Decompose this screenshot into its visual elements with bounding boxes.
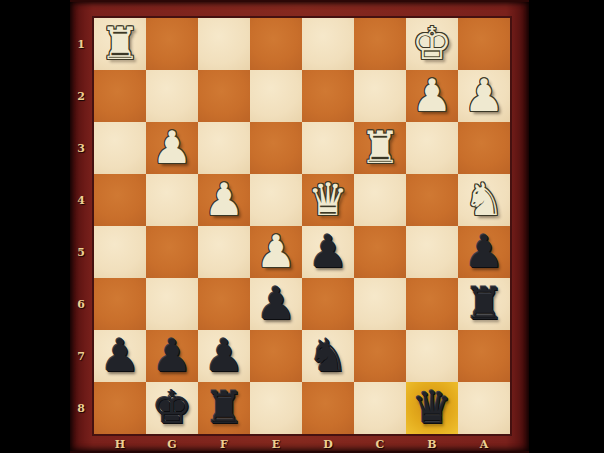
square-h6[interactable] [94, 278, 146, 330]
square-e6[interactable]: ♟ [250, 278, 302, 330]
piece-black-pawn[interactable]: ♟ [256, 278, 296, 330]
piece-white-king[interactable]: ♚ [412, 18, 452, 70]
square-a4[interactable]: ♞ [458, 174, 510, 226]
piece-white-rook[interactable]: ♜ [360, 122, 400, 174]
rank-label-4: 4 [70, 174, 92, 226]
square-h2[interactable] [94, 70, 146, 122]
piece-black-rook[interactable]: ♜ [204, 382, 244, 434]
piece-black-pawn[interactable]: ♟ [204, 330, 244, 382]
piece-white-knight[interactable]: ♞ [464, 174, 504, 226]
square-c4[interactable] [354, 174, 406, 226]
square-e8[interactable] [250, 382, 302, 434]
square-a1[interactable] [458, 18, 510, 70]
square-d3[interactable] [302, 122, 354, 174]
piece-white-rook[interactable]: ♜ [100, 18, 140, 70]
square-c5[interactable] [354, 226, 406, 278]
square-g4[interactable] [146, 174, 198, 226]
square-b5[interactable] [406, 226, 458, 278]
square-c2[interactable] [354, 70, 406, 122]
square-e2[interactable] [250, 70, 302, 122]
square-f3[interactable] [198, 122, 250, 174]
square-c8[interactable] [354, 382, 406, 434]
piece-black-knight[interactable]: ♞ [308, 330, 348, 382]
square-h3[interactable] [94, 122, 146, 174]
square-e5[interactable]: ♟ [250, 226, 302, 278]
square-f4[interactable]: ♟ [198, 174, 250, 226]
square-a8[interactable] [458, 382, 510, 434]
square-d4[interactable]: ♛ [302, 174, 354, 226]
rank-label-6: 6 [70, 278, 92, 330]
square-g3[interactable]: ♟ [146, 122, 198, 174]
piece-white-queen[interactable]: ♛ [308, 174, 348, 226]
square-a6[interactable]: ♜ [458, 278, 510, 330]
square-e4[interactable] [250, 174, 302, 226]
square-h7[interactable]: ♟ [94, 330, 146, 382]
square-h8[interactable] [94, 382, 146, 434]
rank-label-8: 8 [70, 382, 92, 434]
square-a3[interactable] [458, 122, 510, 174]
square-e1[interactable] [250, 18, 302, 70]
square-g8[interactable]: ♚ [146, 382, 198, 434]
square-g1[interactable] [146, 18, 198, 70]
square-b8[interactable]: ♛ [406, 382, 458, 434]
rank-labels: 12345678 [70, 18, 92, 434]
file-label-b: B [406, 436, 458, 453]
square-g7[interactable]: ♟ [146, 330, 198, 382]
square-d2[interactable] [302, 70, 354, 122]
square-g6[interactable] [146, 278, 198, 330]
piece-black-queen[interactable]: ♛ [412, 382, 452, 434]
chess-board: ♜♚♟♟♟♜♟♛♞♟♟♟♟♜♟♟♟♞♚♜♛ [92, 16, 512, 436]
square-b1[interactable]: ♚ [406, 18, 458, 70]
square-c1[interactable] [354, 18, 406, 70]
piece-white-pawn[interactable]: ♟ [204, 174, 244, 226]
piece-black-pawn[interactable]: ♟ [152, 330, 192, 382]
file-label-h: H [94, 436, 146, 453]
square-b2[interactable]: ♟ [406, 70, 458, 122]
square-g5[interactable] [146, 226, 198, 278]
square-d1[interactable] [302, 18, 354, 70]
square-g2[interactable] [146, 70, 198, 122]
board-frame: 12345678 ♜♚♟♟♟♜♟♛♞♟♟♟♟♜♟♟♟♞♚♜♛ HGFEDCBA [70, 0, 529, 453]
file-label-d: D [302, 436, 354, 453]
square-f2[interactable] [198, 70, 250, 122]
file-label-a: A [458, 436, 510, 453]
square-e7[interactable] [250, 330, 302, 382]
piece-black-king[interactable]: ♚ [152, 382, 192, 434]
square-e3[interactable] [250, 122, 302, 174]
square-b4[interactable] [406, 174, 458, 226]
square-c6[interactable] [354, 278, 406, 330]
square-b6[interactable] [406, 278, 458, 330]
piece-white-pawn[interactable]: ♟ [152, 122, 192, 174]
rank-label-7: 7 [70, 330, 92, 382]
square-f8[interactable]: ♜ [198, 382, 250, 434]
file-labels: HGFEDCBA [94, 436, 510, 453]
square-a5[interactable]: ♟ [458, 226, 510, 278]
square-b3[interactable] [406, 122, 458, 174]
piece-white-pawn[interactable]: ♟ [412, 70, 452, 122]
square-d6[interactable] [302, 278, 354, 330]
square-d8[interactable] [302, 382, 354, 434]
letterbox-background: 12345678 ♜♚♟♟♟♜♟♛♞♟♟♟♟♜♟♟♟♞♚♜♛ HGFEDCBA [0, 0, 604, 453]
square-f6[interactable] [198, 278, 250, 330]
square-f7[interactable]: ♟ [198, 330, 250, 382]
file-label-e: E [250, 436, 302, 453]
square-h1[interactable]: ♜ [94, 18, 146, 70]
square-d7[interactable]: ♞ [302, 330, 354, 382]
piece-black-rook[interactable]: ♜ [464, 278, 504, 330]
piece-black-pawn[interactable]: ♟ [100, 330, 140, 382]
square-h5[interactable] [94, 226, 146, 278]
file-label-g: G [146, 436, 198, 453]
square-f1[interactable] [198, 18, 250, 70]
square-d5[interactable]: ♟ [302, 226, 354, 278]
square-f5[interactable] [198, 226, 250, 278]
file-label-f: F [198, 436, 250, 453]
square-a7[interactable] [458, 330, 510, 382]
square-a2[interactable]: ♟ [458, 70, 510, 122]
rank-label-3: 3 [70, 122, 92, 174]
square-h4[interactable] [94, 174, 146, 226]
piece-black-pawn[interactable]: ♟ [464, 226, 504, 278]
file-label-c: C [354, 436, 406, 453]
square-b7[interactable] [406, 330, 458, 382]
square-c7[interactable] [354, 330, 406, 382]
rank-label-2: 2 [70, 70, 92, 122]
piece-white-pawn[interactable]: ♟ [464, 70, 504, 122]
rank-label-5: 5 [70, 226, 92, 278]
rank-label-1: 1 [70, 18, 92, 70]
piece-black-pawn[interactable]: ♟ [308, 226, 348, 278]
square-c3[interactable]: ♜ [354, 122, 406, 174]
piece-white-pawn[interactable]: ♟ [256, 226, 296, 278]
